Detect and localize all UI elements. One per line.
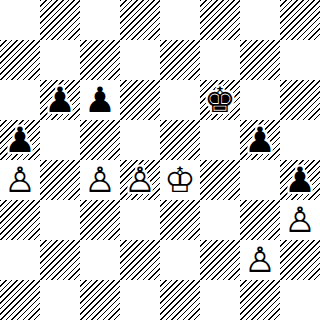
- square-g3[interactable]: [240, 200, 280, 240]
- square-f3[interactable]: [200, 200, 240, 240]
- square-d6[interactable]: [120, 80, 160, 120]
- square-e5[interactable]: [160, 120, 200, 160]
- square-c4[interactable]: ♟♙: [80, 160, 120, 200]
- square-f5[interactable]: [200, 120, 240, 160]
- square-g1[interactable]: [240, 280, 280, 320]
- square-h7[interactable]: [280, 40, 320, 80]
- square-f1[interactable]: [200, 280, 240, 320]
- square-b1[interactable]: [40, 280, 80, 320]
- square-f6[interactable]: ♚: [200, 80, 240, 120]
- white-pawn-outline: ♙: [0, 160, 40, 200]
- square-e4[interactable]: ♚♔: [160, 160, 200, 200]
- square-a6[interactable]: [0, 80, 40, 120]
- black-pawn-glyph: ♟: [280, 160, 320, 200]
- square-c5[interactable]: [80, 120, 120, 160]
- square-a2[interactable]: [0, 240, 40, 280]
- square-g7[interactable]: [240, 40, 280, 80]
- square-e8[interactable]: [160, 0, 200, 40]
- square-f8[interactable]: [200, 0, 240, 40]
- square-c3[interactable]: [80, 200, 120, 240]
- square-g8[interactable]: [240, 0, 280, 40]
- black-pawn-h4[interactable]: ♟: [280, 160, 320, 200]
- square-a8[interactable]: [0, 0, 40, 40]
- black-pawn-a5[interactable]: ♟: [0, 120, 40, 160]
- black-pawn-glyph: ♟: [0, 120, 40, 160]
- square-f4[interactable]: [200, 160, 240, 200]
- square-b6[interactable]: ♟: [40, 80, 80, 120]
- square-g5[interactable]: ♟: [240, 120, 280, 160]
- square-c2[interactable]: [80, 240, 120, 280]
- square-h6[interactable]: [280, 80, 320, 120]
- square-c1[interactable]: [80, 280, 120, 320]
- square-e2[interactable]: [160, 240, 200, 280]
- square-a7[interactable]: [0, 40, 40, 80]
- black-king-glyph: ♚: [200, 80, 240, 120]
- square-b8[interactable]: [40, 0, 80, 40]
- square-g4[interactable]: [240, 160, 280, 200]
- black-pawn-glyph: ♟: [240, 120, 280, 160]
- square-e6[interactable]: [160, 80, 200, 120]
- square-h2[interactable]: [280, 240, 320, 280]
- square-d5[interactable]: [120, 120, 160, 160]
- black-pawn-g5[interactable]: ♟: [240, 120, 280, 160]
- white-pawn-a4[interactable]: ♟♙: [0, 160, 40, 200]
- square-d2[interactable]: [120, 240, 160, 280]
- square-c6[interactable]: ♟: [80, 80, 120, 120]
- white-pawn-h3[interactable]: ♟♙: [280, 200, 320, 240]
- square-h3[interactable]: ♟♙: [280, 200, 320, 240]
- square-d1[interactable]: [120, 280, 160, 320]
- white-pawn-outline: ♙: [280, 200, 320, 240]
- chess-board: ♟♟♚♟♟♟♙♟♙♟♙♚♔♟♟♙♟♙: [0, 0, 320, 320]
- square-b3[interactable]: [40, 200, 80, 240]
- square-a3[interactable]: [0, 200, 40, 240]
- square-a4[interactable]: ♟♙: [0, 160, 40, 200]
- square-b4[interactable]: [40, 160, 80, 200]
- square-h8[interactable]: [280, 0, 320, 40]
- square-f2[interactable]: [200, 240, 240, 280]
- black-pawn-glyph: ♟: [40, 80, 80, 120]
- black-pawn-glyph: ♟: [80, 80, 120, 120]
- square-e3[interactable]: [160, 200, 200, 240]
- square-g6[interactable]: [240, 80, 280, 120]
- square-h5[interactable]: [280, 120, 320, 160]
- white-king-outline: ♔: [160, 160, 200, 200]
- white-king-e4[interactable]: ♚♔: [160, 160, 200, 200]
- white-pawn-c4[interactable]: ♟♙: [80, 160, 120, 200]
- white-pawn-outline: ♙: [240, 240, 280, 280]
- white-pawn-g2[interactable]: ♟♙: [240, 240, 280, 280]
- square-h4[interactable]: ♟: [280, 160, 320, 200]
- square-d7[interactable]: [120, 40, 160, 80]
- square-b7[interactable]: [40, 40, 80, 80]
- square-e7[interactable]: [160, 40, 200, 80]
- square-h1[interactable]: [280, 280, 320, 320]
- black-pawn-c6[interactable]: ♟: [80, 80, 120, 120]
- chess-diagram: ♟♟♚♟♟♟♙♟♙♟♙♚♔♟♟♙♟♙: [0, 0, 320, 320]
- square-b5[interactable]: [40, 120, 80, 160]
- black-king-f6[interactable]: ♚: [200, 80, 240, 120]
- square-c8[interactable]: [80, 0, 120, 40]
- square-a5[interactable]: ♟: [0, 120, 40, 160]
- square-a1[interactable]: [0, 280, 40, 320]
- square-g2[interactable]: ♟♙: [240, 240, 280, 280]
- white-pawn-outline: ♙: [80, 160, 120, 200]
- square-d4[interactable]: ♟♙: [120, 160, 160, 200]
- square-c7[interactable]: [80, 40, 120, 80]
- white-pawn-outline: ♙: [120, 160, 160, 200]
- black-pawn-b6[interactable]: ♟: [40, 80, 80, 120]
- square-d8[interactable]: [120, 0, 160, 40]
- square-d3[interactable]: [120, 200, 160, 240]
- square-e1[interactable]: [160, 280, 200, 320]
- square-f7[interactable]: [200, 40, 240, 80]
- square-b2[interactable]: [40, 240, 80, 280]
- white-pawn-d4[interactable]: ♟♙: [120, 160, 160, 200]
